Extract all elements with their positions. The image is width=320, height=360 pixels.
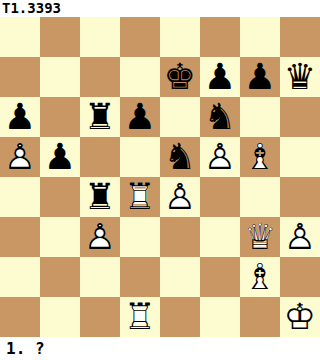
black-rook: ♜ (80, 97, 120, 137)
move-prompt: 1. ? (0, 337, 320, 358)
square-c4[interactable]: ♜ (80, 177, 120, 217)
square-f2[interactable] (200, 257, 240, 297)
square-f8[interactable] (200, 17, 240, 57)
square-h8[interactable] (280, 17, 320, 57)
white-pawn: ♙ (280, 217, 320, 257)
square-f3[interactable] (200, 217, 240, 257)
white-pawn-fill: ♟ (80, 217, 120, 257)
white-queen: ♕ (240, 217, 280, 257)
square-e7[interactable]: ♚ (160, 57, 200, 97)
square-a6[interactable]: ♟ (0, 97, 40, 137)
square-d3[interactable] (120, 217, 160, 257)
square-c1[interactable] (80, 297, 120, 337)
square-b4[interactable] (40, 177, 80, 217)
square-e3[interactable] (160, 217, 200, 257)
square-d6[interactable]: ♟ (120, 97, 160, 137)
white-bishop: ♗ (240, 257, 280, 297)
white-king: ♔ (280, 297, 320, 337)
white-rook: ♖ (120, 297, 160, 337)
square-d2[interactable] (120, 257, 160, 297)
square-b6[interactable] (40, 97, 80, 137)
square-e2[interactable] (160, 257, 200, 297)
square-e1[interactable] (160, 297, 200, 337)
square-f4[interactable] (200, 177, 240, 217)
white-pawn: ♙ (160, 177, 200, 217)
puzzle-id: T1.3393 (0, 0, 320, 17)
black-king: ♚ (160, 57, 200, 97)
square-d7[interactable] (120, 57, 160, 97)
white-pawn: ♙ (0, 137, 40, 177)
white-bishop-fill: ♝ (240, 137, 280, 177)
square-b2[interactable] (40, 257, 80, 297)
square-f7[interactable]: ♟ (200, 57, 240, 97)
square-c3[interactable]: ♟♙ (80, 217, 120, 257)
white-pawn-fill: ♟ (200, 137, 240, 177)
square-c7[interactable] (80, 57, 120, 97)
black-pawn: ♟ (200, 57, 240, 97)
black-knight: ♞ (200, 97, 240, 137)
square-c8[interactable] (80, 17, 120, 57)
square-g1[interactable] (240, 297, 280, 337)
square-e4[interactable]: ♟♙ (160, 177, 200, 217)
square-f5[interactable]: ♟♙ (200, 137, 240, 177)
white-queen-fill: ♛ (240, 217, 280, 257)
square-a5[interactable]: ♟♙ (0, 137, 40, 177)
square-a8[interactable] (0, 17, 40, 57)
black-knight: ♞ (160, 137, 200, 177)
square-d4[interactable]: ♜♖ (120, 177, 160, 217)
white-bishop: ♗ (240, 137, 280, 177)
white-pawn: ♙ (200, 137, 240, 177)
square-b8[interactable] (40, 17, 80, 57)
square-h3[interactable]: ♟♙ (280, 217, 320, 257)
square-a1[interactable] (0, 297, 40, 337)
square-d5[interactable] (120, 137, 160, 177)
square-b5[interactable]: ♟ (40, 137, 80, 177)
square-g2[interactable]: ♝♗ (240, 257, 280, 297)
square-f1[interactable] (200, 297, 240, 337)
white-pawn-fill: ♟ (280, 217, 320, 257)
white-pawn-fill: ♟ (0, 137, 40, 177)
square-c2[interactable] (80, 257, 120, 297)
square-h6[interactable] (280, 97, 320, 137)
square-g5[interactable]: ♝♗ (240, 137, 280, 177)
white-pawn: ♙ (80, 217, 120, 257)
square-e5[interactable]: ♞ (160, 137, 200, 177)
square-a7[interactable] (0, 57, 40, 97)
square-h5[interactable] (280, 137, 320, 177)
square-e6[interactable] (160, 97, 200, 137)
square-d1[interactable]: ♜♖ (120, 297, 160, 337)
white-king-fill: ♚ (280, 297, 320, 337)
square-d8[interactable] (120, 17, 160, 57)
black-rook: ♜ (80, 177, 120, 217)
square-g6[interactable] (240, 97, 280, 137)
square-b1[interactable] (40, 297, 80, 337)
white-pawn-fill: ♟ (160, 177, 200, 217)
square-a2[interactable] (0, 257, 40, 297)
black-pawn: ♟ (120, 97, 160, 137)
square-c6[interactable]: ♜ (80, 97, 120, 137)
chess-board: ♚♟♟♛♟♜♟♞♟♙♟♞♟♙♝♗♜♜♖♟♙♟♙♛♕♟♙♝♗♜♖♚♔ (0, 17, 320, 337)
black-pawn: ♟ (240, 57, 280, 97)
square-f6[interactable]: ♞ (200, 97, 240, 137)
square-h2[interactable] (280, 257, 320, 297)
square-g3[interactable]: ♛♕ (240, 217, 280, 257)
black-pawn: ♟ (40, 137, 80, 177)
black-queen: ♛ (280, 57, 320, 97)
square-g4[interactable] (240, 177, 280, 217)
square-e8[interactable] (160, 17, 200, 57)
square-h7[interactable]: ♛ (280, 57, 320, 97)
square-h4[interactable] (280, 177, 320, 217)
square-g8[interactable] (240, 17, 280, 57)
square-a3[interactable] (0, 217, 40, 257)
square-h1[interactable]: ♚♔ (280, 297, 320, 337)
white-bishop-fill: ♝ (240, 257, 280, 297)
black-pawn: ♟ (0, 97, 40, 137)
square-b7[interactable] (40, 57, 80, 97)
square-a4[interactable] (0, 177, 40, 217)
square-g7[interactable]: ♟ (240, 57, 280, 97)
white-rook-fill: ♜ (120, 177, 160, 217)
square-b3[interactable] (40, 217, 80, 257)
white-rook-fill: ♜ (120, 297, 160, 337)
square-c5[interactable] (80, 137, 120, 177)
white-rook: ♖ (120, 177, 160, 217)
